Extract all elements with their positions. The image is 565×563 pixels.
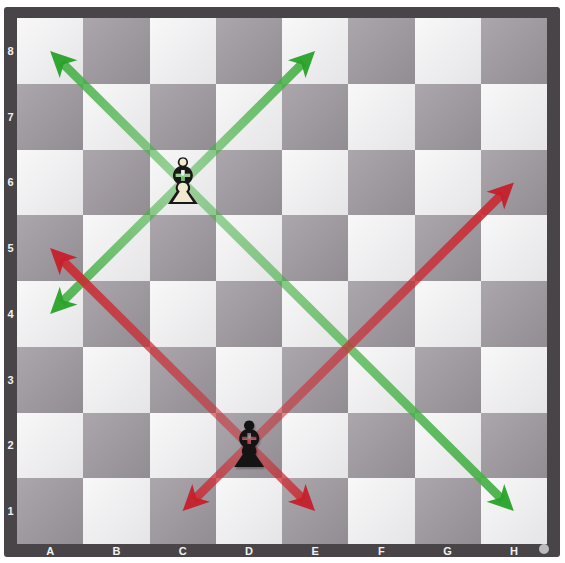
square-g8 <box>415 18 481 84</box>
square-g2 <box>415 413 481 479</box>
file-label-d: D <box>216 544 282 557</box>
rank-label-6: 6 <box>4 150 17 216</box>
square-a8 <box>17 18 83 84</box>
square-e8 <box>282 18 348 84</box>
file-label-e: E <box>282 544 348 557</box>
square-g3 <box>415 347 481 413</box>
square-g5 <box>415 215 481 281</box>
square-f3 <box>348 347 414 413</box>
square-f4 <box>348 281 414 347</box>
square-d2 <box>216 413 282 479</box>
square-h8 <box>481 18 547 84</box>
square-c5 <box>150 215 216 281</box>
square-h3 <box>481 347 547 413</box>
square-e6 <box>282 150 348 216</box>
square-b4 <box>83 281 149 347</box>
square-h7 <box>481 84 547 150</box>
square-a1 <box>17 478 83 544</box>
square-h2 <box>481 413 547 479</box>
square-h1 <box>481 478 547 544</box>
rank-label-7: 7 <box>4 84 17 150</box>
square-a2 <box>17 413 83 479</box>
rank-label-5: 5 <box>4 215 17 281</box>
rank-label-1: 1 <box>4 478 17 544</box>
square-g1 <box>415 478 481 544</box>
square-e5 <box>282 215 348 281</box>
rank-label-3: 3 <box>4 347 17 413</box>
rank-label-4: 4 <box>4 281 17 347</box>
square-b7 <box>83 84 149 150</box>
square-f5 <box>348 215 414 281</box>
square-c6 <box>150 150 216 216</box>
file-label-f: F <box>348 544 414 557</box>
square-d1 <box>216 478 282 544</box>
square-d7 <box>216 84 282 150</box>
square-f2 <box>348 413 414 479</box>
square-e2 <box>282 413 348 479</box>
square-c7 <box>150 84 216 150</box>
square-f7 <box>348 84 414 150</box>
square-g6 <box>415 150 481 216</box>
square-e3 <box>282 347 348 413</box>
square-c8 <box>150 18 216 84</box>
file-label-b: B <box>83 544 149 557</box>
square-c1 <box>150 478 216 544</box>
square-c4 <box>150 281 216 347</box>
file-label-g: G <box>415 544 481 557</box>
square-h6 <box>481 150 547 216</box>
square-g7 <box>415 84 481 150</box>
square-f6 <box>348 150 414 216</box>
rank-label-8: 8 <box>4 18 17 84</box>
square-d8 <box>216 18 282 84</box>
square-a5 <box>17 215 83 281</box>
square-e4 <box>282 281 348 347</box>
square-a4 <box>17 281 83 347</box>
square-b3 <box>83 347 149 413</box>
square-a3 <box>17 347 83 413</box>
square-h4 <box>481 281 547 347</box>
corner-dot-icon <box>539 544 549 554</box>
square-d3 <box>216 347 282 413</box>
rank-labels: 8 7 6 5 4 3 2 1 <box>4 18 17 544</box>
square-f1 <box>348 478 414 544</box>
square-h5 <box>481 215 547 281</box>
square-e7 <box>282 84 348 150</box>
square-b6 <box>83 150 149 216</box>
file-label-a: A <box>17 544 83 557</box>
file-labels: A B C D E F G H <box>17 544 547 557</box>
square-g4 <box>415 281 481 347</box>
square-c2 <box>150 413 216 479</box>
square-d6 <box>216 150 282 216</box>
square-f8 <box>348 18 414 84</box>
square-d4 <box>216 281 282 347</box>
chessboard: ♝♗♝ <box>17 18 547 544</box>
square-d5 <box>216 215 282 281</box>
square-b1 <box>83 478 149 544</box>
square-b5 <box>83 215 149 281</box>
square-b8 <box>83 18 149 84</box>
square-c3 <box>150 347 216 413</box>
square-a6 <box>17 150 83 216</box>
rank-label-2: 2 <box>4 413 17 479</box>
square-a7 <box>17 84 83 150</box>
square-b2 <box>83 413 149 479</box>
file-label-c: C <box>150 544 216 557</box>
file-label-h: H <box>481 544 547 557</box>
square-e1 <box>282 478 348 544</box>
chessboard-frame: 8 7 6 5 4 3 2 1 ♝♗♝ A B C D E F G H <box>4 7 560 557</box>
